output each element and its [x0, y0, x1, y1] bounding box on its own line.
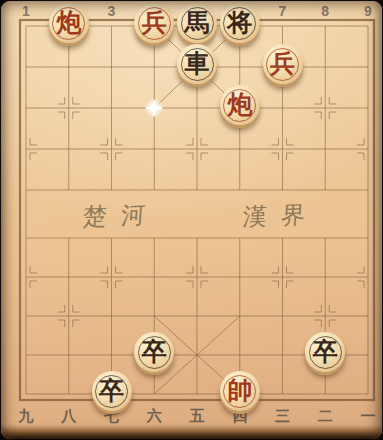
file-label-bottom-1: 九: [19, 407, 34, 426]
file-label-top-7: 7: [279, 3, 287, 19]
file-label-bottom-7: 三: [275, 407, 290, 426]
piece-red-general[interactable]: 帥: [220, 371, 260, 411]
piece-glyph: 兵: [142, 10, 167, 37]
piece-black-general[interactable]: 将: [220, 3, 260, 43]
piece-glyph: 車: [185, 51, 210, 78]
piece-glyph: 炮: [227, 92, 252, 119]
file-label-top-8: 8: [321, 3, 329, 19]
piece-glyph: 将: [227, 10, 252, 37]
xiangqi-board: 楚河 漢界 123456789 九八七六五四三二一 炮兵馬将車兵炮卒卒卒帥: [1, 1, 382, 439]
piece-black-horse[interactable]: 馬: [177, 3, 217, 43]
piece-red-cannon[interactable]: 炮: [49, 3, 89, 43]
file-label-top-1: 1: [22, 3, 30, 19]
piece-glyph: 卒: [99, 378, 124, 405]
piece-red-pawn[interactable]: 兵: [263, 44, 303, 84]
piece-black-pawn[interactable]: 卒: [92, 371, 132, 411]
file-label-bottom-2: 八: [61, 407, 76, 426]
piece-glyph: 卒: [313, 339, 338, 366]
piece-red-cannon[interactable]: 炮: [220, 85, 260, 125]
file-label-bottom-5: 五: [190, 407, 205, 426]
river-label-left: 楚河: [82, 199, 146, 233]
piece-black-pawn[interactable]: 卒: [134, 332, 174, 372]
file-label-top-9: 9: [364, 3, 372, 19]
sparkle-effect: [144, 98, 164, 118]
xiangqi-app: 楚河 漢界 123456789 九八七六五四三二一 炮兵馬将車兵炮卒卒卒帥: [0, 0, 383, 440]
piece-glyph: 兵: [270, 51, 295, 78]
piece-glyph: 炮: [56, 10, 81, 37]
file-label-bottom-4: 六: [147, 407, 162, 426]
piece-glyph: 卒: [142, 339, 167, 366]
file-label-top-3: 3: [108, 3, 116, 19]
river-label-right: 漢界: [242, 199, 306, 233]
piece-black-chariot[interactable]: 車: [177, 44, 217, 84]
piece-black-pawn[interactable]: 卒: [305, 332, 345, 372]
piece-glyph: 帥: [227, 378, 252, 405]
file-label-bottom-9: 一: [361, 407, 376, 426]
file-label-bottom-8: 二: [318, 407, 333, 426]
piece-red-pawn[interactable]: 兵: [134, 3, 174, 43]
piece-glyph: 馬: [185, 10, 210, 37]
